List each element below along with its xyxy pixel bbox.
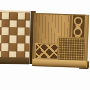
chess-square [17, 36, 25, 44]
carved-corner-arabesque [57, 36, 86, 61]
chess-square [10, 12, 18, 20]
chess-square [1, 43, 9, 51]
chess-square [17, 20, 25, 28]
chess-square [9, 28, 17, 36]
chess-square [9, 44, 17, 52]
chess-board [0, 10, 30, 65]
chess-square [17, 28, 25, 36]
chess-square [18, 12, 26, 20]
chess-square [17, 44, 25, 52]
chess-square [25, 12, 30, 20]
chess-square [9, 20, 17, 28]
backgammon-case [32, 13, 89, 68]
chess-grid [0, 12, 30, 60]
board-front-edge [32, 58, 86, 67]
chess-square [1, 28, 9, 36]
product-photo-chess-backgammon-set [0, 0, 90, 90]
chess-square [1, 36, 9, 44]
chess-square [2, 20, 10, 28]
chess-square [9, 36, 17, 44]
chess-square [2, 12, 10, 20]
chess-board-frame [0, 57, 29, 65]
